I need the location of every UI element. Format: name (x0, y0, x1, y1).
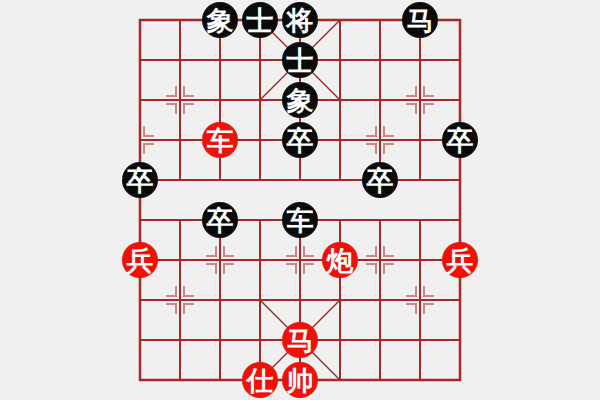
piece-red-advisor[interactable]: 仕 (242, 362, 278, 398)
piece-black-elephant[interactable]: 象 (202, 2, 238, 38)
piece-red-soldier[interactable]: 兵 (122, 242, 158, 278)
piece-black-horse[interactable]: 马 (402, 2, 438, 38)
piece-black-chariot[interactable]: 车 (282, 202, 318, 238)
piece-black-advisor[interactable]: 士 (282, 42, 318, 78)
piece-black-soldier[interactable]: 卒 (122, 162, 158, 198)
piece-black-general[interactable]: 将 (282, 2, 318, 38)
piece-black-elephant[interactable]: 象 (282, 82, 318, 118)
piece-black-soldier[interactable]: 卒 (202, 202, 238, 238)
piece-black-soldier[interactable]: 卒 (362, 162, 398, 198)
piece-red-cannon[interactable]: 炮 (322, 242, 358, 278)
piece-black-soldier[interactable]: 卒 (442, 122, 478, 158)
xiangqi-diagram: 象士将马士象车卒卒卒卒卒车兵炮兵马仕帅 (0, 0, 600, 400)
xiangqi-board: 象士将马士象车卒卒卒卒卒车兵炮兵马仕帅 (0, 0, 600, 400)
piece-red-soldier[interactable]: 兵 (442, 242, 478, 278)
piece-red-horse[interactable]: 马 (282, 322, 318, 358)
piece-red-chariot[interactable]: 车 (202, 122, 238, 158)
piece-black-advisor[interactable]: 士 (242, 2, 278, 38)
piece-red-general[interactable]: 帅 (282, 362, 318, 398)
piece-black-soldier[interactable]: 卒 (282, 122, 318, 158)
